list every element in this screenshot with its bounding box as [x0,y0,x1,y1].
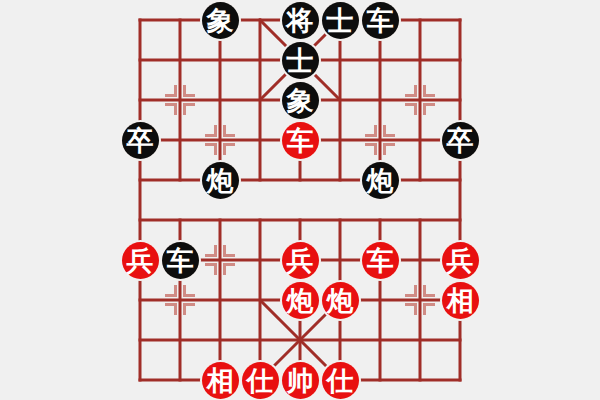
red-cannon[interactable]: 炮 [282,282,319,319]
black-pawn[interactable]: 卒 [122,122,159,159]
black-advisor[interactable]: 士 [282,42,319,79]
black-chariot[interactable]: 车 [362,2,399,39]
black-cannon[interactable]: 炮 [362,162,399,199]
black-elephant[interactable]: 象 [282,82,319,119]
black-pawn[interactable]: 卒 [442,122,479,159]
black-cannon[interactable]: 炮 [202,162,239,199]
red-pawn[interactable]: 兵 [122,242,159,279]
black-advisor[interactable]: 士 [322,2,359,39]
red-chariot[interactable]: 车 [362,242,399,279]
red-cannon[interactable]: 炮 [322,282,359,319]
red-pawn[interactable]: 兵 [442,242,479,279]
red-advisor[interactable]: 仕 [242,362,279,399]
red-advisor[interactable]: 仕 [322,362,359,399]
red-pawn[interactable]: 兵 [282,242,319,279]
red-chariot[interactable]: 车 [282,122,319,159]
xiangqi-board-screenshot: 象将士车士象卒车卒炮炮兵车兵车兵炮炮相相仕帅仕 [0,0,600,400]
red-general[interactable]: 帅 [282,362,319,399]
red-elephant[interactable]: 相 [202,362,239,399]
red-elephant[interactable]: 相 [442,282,479,319]
black-elephant[interactable]: 象 [202,2,239,39]
black-general[interactable]: 将 [282,2,319,39]
piece-grid: 象将士车士象卒车卒炮炮兵车兵车兵炮炮相相仕帅仕 [120,0,480,400]
black-chariot[interactable]: 车 [162,242,199,279]
